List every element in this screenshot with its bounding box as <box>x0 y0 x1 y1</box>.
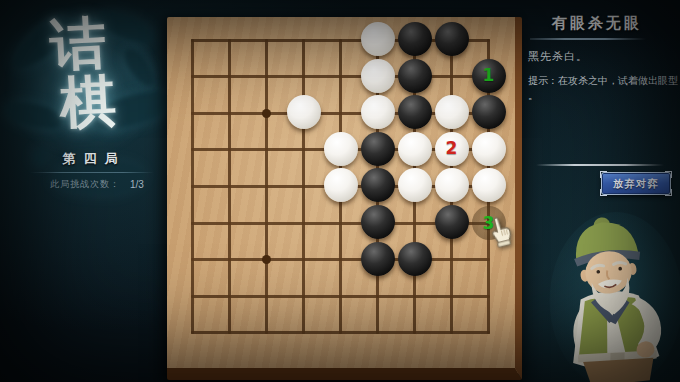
stone-white <box>472 132 506 166</box>
stone-black <box>361 132 395 166</box>
grid-line-horizontal <box>191 258 490 261</box>
button-divider <box>536 164 664 166</box>
old-man-illustration <box>548 208 680 382</box>
ink-splash-decoration: 诘 棋 <box>0 0 170 230</box>
stone-white <box>398 168 432 202</box>
stone-black <box>361 242 395 276</box>
teacher-character <box>548 208 680 382</box>
stone-black <box>398 22 432 56</box>
stone-white <box>435 95 469 129</box>
go-board[interactable]: 123 <box>167 17 522 380</box>
button-corner-ornament <box>665 171 672 178</box>
ghost-stone-preview[interactable]: 3 <box>472 206 506 240</box>
stone-black <box>435 205 469 239</box>
stone-white <box>361 95 395 129</box>
stone-black <box>435 22 469 56</box>
puzzle-hint: 提示：在攻杀之中，试着做出眼型。 <box>528 74 679 103</box>
attempts-label: 此局挑战次数： <box>50 178 120 191</box>
grid-line-horizontal <box>191 331 490 334</box>
stone-white <box>398 132 432 166</box>
stone-white <box>361 59 395 93</box>
stone-white <box>287 95 321 129</box>
stone-black <box>398 242 432 276</box>
puzzle-title: 有眼杀无眼 <box>528 14 666 33</box>
give-up-button-label: 放弃对弈 <box>613 177 659 191</box>
stone-white <box>472 168 506 202</box>
puzzle-task: 黑先杀白。 <box>528 49 680 64</box>
round-label: 第四局 <box>20 150 160 168</box>
move-marker: 2 <box>446 140 458 157</box>
attempts-value: 1/3 <box>130 179 144 190</box>
stone-black <box>398 59 432 93</box>
button-corner-ornament <box>600 171 607 178</box>
stone-white <box>324 132 358 166</box>
give-up-button[interactable]: 放弃对弈 <box>601 172 671 195</box>
button-corner-ornament <box>665 189 672 196</box>
stone-black <box>472 95 506 129</box>
stone-black <box>361 168 395 202</box>
star-point <box>262 255 271 264</box>
stone-white: 2 <box>435 132 469 166</box>
stone-white <box>435 168 469 202</box>
attempts-counter: 此局挑战次数： 1/3 <box>50 178 144 191</box>
title-underline <box>530 38 646 40</box>
stone-black <box>398 95 432 129</box>
stone-black: 1 <box>472 59 506 93</box>
calligraphy-title-char1: 诘 <box>49 15 108 74</box>
button-corner-ornament <box>600 189 607 196</box>
stone-black <box>361 205 395 239</box>
calligraphy-title-char2: 棋 <box>59 73 118 132</box>
star-point <box>262 109 271 118</box>
grid-line-horizontal <box>191 295 490 298</box>
move-marker: 1 <box>483 67 495 84</box>
stone-white <box>324 168 358 202</box>
puzzle-info-panel: 有眼杀无眼 黑先杀白。 提示：在攻杀之中，试着做出眼型。 <box>528 14 680 103</box>
stone-white <box>361 22 395 56</box>
left-divider <box>30 172 154 173</box>
